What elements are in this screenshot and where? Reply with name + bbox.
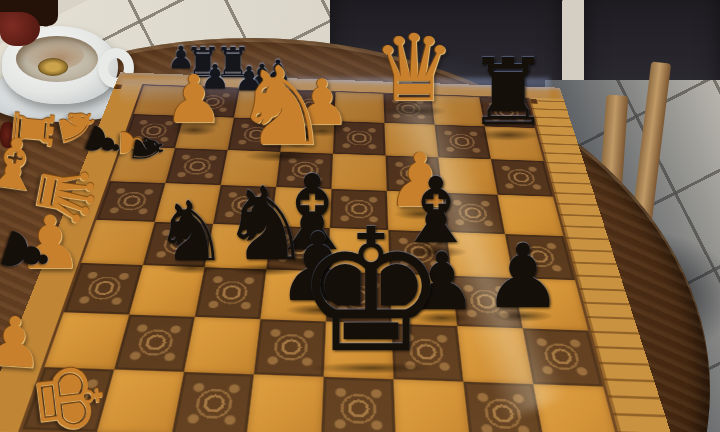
fallen-white-n: ♞ — [52, 103, 99, 148]
piece-black-k-e1: ♚ — [303, 225, 440, 369]
captured-black-p: ♟ — [202, 64, 229, 92]
piece-black-n-c3: ♞ — [225, 185, 307, 271]
piece-black-n-b3: ♞ — [158, 199, 225, 269]
pieces-layer: ♟♜♜♟♟♟♟♛♟♟♜♟♞♜♞♟♟♞♝♟♛♝♝♞♞♟♟♟♟♟♚♟♚ — [0, 0, 720, 432]
fallen-black-p: ♟ — [79, 119, 125, 164]
captured-black-p: ♟ — [236, 66, 263, 94]
fallen-white-p: ♟ — [0, 314, 44, 376]
piece-white-p-a7: ♟ — [167, 75, 220, 131]
fallen-white-r: ♜ — [5, 105, 55, 153]
fallen-white-p: ♟ — [116, 128, 147, 158]
piece-white-p-f4: ♟ — [390, 152, 450, 215]
piece-black-p-c7: ♟ — [280, 107, 314, 143]
piece-black-p-d2: ♟ — [280, 231, 356, 311]
captured-black-p: ♟ — [249, 64, 275, 90]
piece-white-n-c6: ♞ — [238, 65, 325, 157]
fallen-white-p: ♟ — [21, 214, 80, 276]
piece-black-p-g2: ♟ — [487, 242, 558, 317]
piece-white-p-d7: ♟ — [297, 79, 347, 132]
piece-black-b-d3: ♝ — [270, 174, 354, 262]
fallen-white-k: ♚ — [25, 360, 107, 432]
piece-black-p-f2: ♟ — [410, 252, 474, 319]
fallen-black-p: ♟ — [0, 223, 55, 284]
captured-black-p: ♟ — [168, 46, 194, 72]
piece-white-q-f8: ♛ — [377, 34, 451, 112]
captured-black-p: ♟ — [265, 60, 291, 85]
cafe-chess-photo: 87654321 87654321 ABCDEFGH ♟♜♜♟♟♟♟♛♟♟♜♟♞… — [0, 0, 720, 432]
captured-black-r: ♜ — [216, 47, 249, 82]
piece-black-b-f3: ♝ — [399, 176, 472, 253]
fallen-white-b: ♝ — [0, 134, 45, 199]
fallen-black-n: ♞ — [126, 130, 165, 168]
captured-black-r: ♜ — [186, 47, 219, 82]
piece-black-r-h7: ♜ — [471, 58, 545, 136]
fallen-white-q: ♛ — [25, 158, 99, 230]
